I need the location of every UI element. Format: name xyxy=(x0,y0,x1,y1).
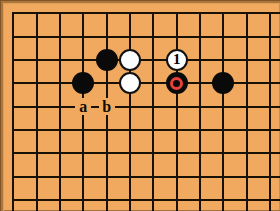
grid-line-vertical xyxy=(59,12,61,211)
white-stone xyxy=(119,49,141,71)
black-stone-circle-marked xyxy=(166,72,188,94)
go-board-diagram: 1ab xyxy=(0,0,280,211)
grid-line-vertical xyxy=(222,12,224,211)
black-stone xyxy=(212,72,234,94)
black-stone xyxy=(72,72,94,94)
grid-line-horizontal xyxy=(12,176,280,178)
point-label-a: a xyxy=(75,98,91,115)
grid-line-vertical xyxy=(152,12,154,211)
grid-line-vertical xyxy=(12,12,14,211)
black-stone xyxy=(96,49,118,71)
grid-line-vertical xyxy=(199,12,201,211)
grid-line-vertical xyxy=(176,12,178,211)
grid-line-horizontal xyxy=(12,82,280,84)
point-label-b: b xyxy=(99,98,115,115)
grid-line-horizontal xyxy=(12,59,280,61)
grid-line-horizontal xyxy=(12,106,280,108)
grid-line-horizontal xyxy=(12,12,280,14)
move-number-label: 1 xyxy=(173,52,181,68)
circle-marker-icon xyxy=(170,77,183,90)
grid-line-horizontal xyxy=(12,129,280,131)
grid-line-vertical xyxy=(36,12,38,211)
grid-line-vertical xyxy=(246,12,248,211)
white-stone xyxy=(119,72,141,94)
grid-line-vertical xyxy=(269,12,271,211)
grid-line-horizontal xyxy=(12,152,280,154)
white-stone-move-1: 1 xyxy=(166,49,188,71)
grid-line-horizontal xyxy=(12,36,280,38)
grid-line-horizontal xyxy=(12,199,280,201)
grid-line-vertical xyxy=(129,12,131,211)
